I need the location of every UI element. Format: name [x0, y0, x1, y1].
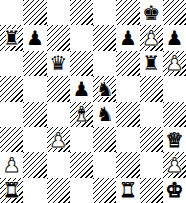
- square-f5[interactable]: [116, 76, 139, 101]
- piece-black-knight: ♞: [96, 79, 114, 99]
- piece-black-queen: ♛: [49, 53, 67, 73]
- square-e3[interactable]: [93, 127, 116, 152]
- square-h3[interactable]: ♛: [163, 127, 186, 152]
- square-a1[interactable]: ♜: [0, 178, 23, 203]
- square-e7[interactable]: [93, 25, 116, 50]
- square-a5[interactable]: [0, 76, 23, 101]
- square-a4[interactable]: [0, 102, 23, 127]
- piece-white-pawn: ♟: [49, 130, 67, 150]
- square-g7[interactable]: ♟: [140, 25, 163, 50]
- square-a6[interactable]: [0, 51, 23, 76]
- square-b8[interactable]: [23, 0, 46, 25]
- square-h2[interactable]: ♟: [163, 152, 186, 177]
- square-g3[interactable]: [140, 127, 163, 152]
- piece-black-pawn: ♟: [119, 28, 137, 48]
- square-d3[interactable]: [70, 127, 93, 152]
- piece-white-king: ♚: [165, 180, 183, 200]
- square-e8[interactable]: [93, 0, 116, 25]
- piece-white-pawn: ♟: [142, 28, 160, 48]
- square-b5[interactable]: [23, 76, 46, 101]
- square-c8[interactable]: [47, 0, 70, 25]
- square-f1[interactable]: ♜: [116, 178, 139, 203]
- piece-black-rook: ♜: [3, 28, 21, 48]
- square-h1[interactable]: ♚: [163, 178, 186, 203]
- square-h7[interactable]: ♟: [163, 25, 186, 50]
- square-g5[interactable]: [140, 76, 163, 101]
- square-e4[interactable]: ♞: [93, 102, 116, 127]
- square-d7[interactable]: [70, 25, 93, 50]
- square-c6[interactable]: ♛: [47, 51, 70, 76]
- square-g2[interactable]: [140, 152, 163, 177]
- square-g1[interactable]: [140, 178, 163, 203]
- square-c3[interactable]: ♟: [47, 127, 70, 152]
- square-b7[interactable]: ♟: [23, 25, 46, 50]
- square-a7[interactable]: ♜: [0, 25, 23, 50]
- piece-black-pawn: ♟: [165, 28, 183, 48]
- square-f2[interactable]: [116, 152, 139, 177]
- piece-white-pawn: ♟: [165, 53, 183, 73]
- square-b1[interactable]: [23, 178, 46, 203]
- piece-white-rook: ♜: [119, 180, 137, 200]
- square-f6[interactable]: [116, 51, 139, 76]
- piece-black-pawn: ♟: [72, 79, 90, 99]
- chess-board: ♚♜♟♟♟♟♛♜♟♟♞♝♞♟♛♟♟♜♜♚: [0, 0, 186, 203]
- square-g6[interactable]: ♜: [140, 51, 163, 76]
- square-h6[interactable]: ♟: [163, 51, 186, 76]
- piece-black-rook: ♜: [142, 53, 160, 73]
- square-h5[interactable]: [163, 76, 186, 101]
- piece-white-pawn: ♟: [3, 155, 21, 175]
- square-e2[interactable]: [93, 152, 116, 177]
- piece-black-knight: ♞: [96, 104, 114, 124]
- square-h4[interactable]: [163, 102, 186, 127]
- square-b4[interactable]: [23, 102, 46, 127]
- square-f8[interactable]: [116, 0, 139, 25]
- chess-diagram: ♚♜♟♟♟♟♛♜♟♟♞♝♞♟♛♟♟♜♜♚: [0, 0, 186, 203]
- piece-white-rook: ♜: [3, 180, 21, 200]
- square-c5[interactable]: [47, 76, 70, 101]
- square-f7[interactable]: ♟: [116, 25, 139, 50]
- square-c2[interactable]: [47, 152, 70, 177]
- square-d1[interactable]: [70, 178, 93, 203]
- square-h8[interactable]: [163, 0, 186, 25]
- square-e6[interactable]: [93, 51, 116, 76]
- square-f4[interactable]: [116, 102, 139, 127]
- square-e5[interactable]: ♞: [93, 76, 116, 101]
- square-b2[interactable]: [23, 152, 46, 177]
- square-g8[interactable]: ♚: [140, 0, 163, 25]
- square-a2[interactable]: ♟: [0, 152, 23, 177]
- square-e1[interactable]: [93, 178, 116, 203]
- square-b6[interactable]: [23, 51, 46, 76]
- square-d5[interactable]: ♟: [70, 76, 93, 101]
- square-c4[interactable]: [47, 102, 70, 127]
- piece-white-queen: ♛: [165, 130, 183, 150]
- square-d6[interactable]: [70, 51, 93, 76]
- square-b3[interactable]: [23, 127, 46, 152]
- square-d2[interactable]: [70, 152, 93, 177]
- square-a3[interactable]: [0, 127, 23, 152]
- piece-black-pawn: ♟: [26, 28, 44, 48]
- square-d4[interactable]: ♝: [70, 102, 93, 127]
- square-d8[interactable]: [70, 0, 93, 25]
- piece-white-pawn: ♟: [165, 155, 183, 175]
- square-g4[interactable]: [140, 102, 163, 127]
- square-a8[interactable]: [0, 0, 23, 25]
- piece-black-king: ♚: [142, 3, 160, 23]
- square-c7[interactable]: [47, 25, 70, 50]
- square-c1[interactable]: [47, 178, 70, 203]
- piece-white-bishop: ♝: [72, 104, 90, 124]
- square-f3[interactable]: [116, 127, 139, 152]
